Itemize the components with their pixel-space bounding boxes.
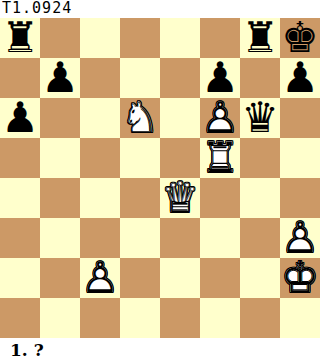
white-pawn[interactable]: ♟♙	[80, 258, 120, 298]
black-pawn-glyph: ♟	[40, 58, 80, 98]
square-c8[interactable]	[80, 18, 120, 58]
chess-board: ♜♜♚♟♟♟♟♞♘♟♙♛♜♖♛♕♟♙♟♙♚♔	[0, 18, 320, 338]
square-f1[interactable]	[200, 298, 240, 338]
square-c5[interactable]	[80, 138, 120, 178]
square-e2[interactable]	[160, 258, 200, 298]
black-king-glyph: ♚	[280, 18, 320, 58]
white-queen-outline: ♕	[160, 178, 200, 218]
black-pawn[interactable]: ♟	[40, 58, 80, 98]
square-a3[interactable]	[0, 218, 40, 258]
black-pawn-glyph: ♟	[0, 98, 40, 138]
square-g7[interactable]	[240, 58, 280, 98]
white-pawn-outline: ♙	[80, 258, 120, 298]
white-knight[interactable]: ♞♘	[120, 98, 160, 138]
white-rook-outline: ♖	[200, 138, 240, 178]
black-queen-glyph: ♛	[240, 98, 280, 138]
square-g3[interactable]	[240, 218, 280, 258]
square-f2[interactable]	[200, 258, 240, 298]
square-c4[interactable]	[80, 178, 120, 218]
chess-puzzle-window: T1.0924 ♜♜♚♟♟♟♟♞♘♟♙♛♜♖♛♕♟♙♟♙♚♔ 1. ?	[0, 0, 320, 360]
square-b1[interactable]	[40, 298, 80, 338]
square-d2[interactable]	[120, 258, 160, 298]
square-f4[interactable]	[200, 178, 240, 218]
square-a6[interactable]: ♟	[0, 98, 40, 138]
black-rook-glyph: ♜	[240, 18, 280, 58]
square-f7[interactable]: ♟	[200, 58, 240, 98]
square-f6[interactable]: ♟♙	[200, 98, 240, 138]
black-pawn-glyph: ♟	[280, 58, 320, 98]
square-d4[interactable]	[120, 178, 160, 218]
black-rook[interactable]: ♜	[240, 18, 280, 58]
square-g6[interactable]: ♛	[240, 98, 280, 138]
white-knight-outline: ♘	[120, 98, 160, 138]
square-a7[interactable]	[0, 58, 40, 98]
white-king[interactable]: ♚♔	[280, 258, 320, 298]
black-pawn[interactable]: ♟	[0, 98, 40, 138]
square-c2[interactable]: ♟♙	[80, 258, 120, 298]
square-h6[interactable]	[280, 98, 320, 138]
square-c7[interactable]	[80, 58, 120, 98]
black-queen[interactable]: ♛	[240, 98, 280, 138]
square-c3[interactable]	[80, 218, 120, 258]
white-rook[interactable]: ♜♖	[200, 138, 240, 178]
square-f8[interactable]	[200, 18, 240, 58]
black-king[interactable]: ♚	[280, 18, 320, 58]
square-a1[interactable]	[0, 298, 40, 338]
square-f5[interactable]: ♜♖	[200, 138, 240, 178]
white-king-outline: ♔	[280, 258, 320, 298]
square-h7[interactable]: ♟	[280, 58, 320, 98]
square-c6[interactable]	[80, 98, 120, 138]
black-pawn[interactable]: ♟	[280, 58, 320, 98]
square-b3[interactable]	[40, 218, 80, 258]
square-f3[interactable]	[200, 218, 240, 258]
square-g1[interactable]	[240, 298, 280, 338]
white-queen[interactable]: ♛♕	[160, 178, 200, 218]
square-h8[interactable]: ♚	[280, 18, 320, 58]
square-h2[interactable]: ♚♔	[280, 258, 320, 298]
square-b8[interactable]	[40, 18, 80, 58]
square-h1[interactable]	[280, 298, 320, 338]
square-e8[interactable]	[160, 18, 200, 58]
square-e1[interactable]	[160, 298, 200, 338]
square-e7[interactable]	[160, 58, 200, 98]
square-b2[interactable]	[40, 258, 80, 298]
black-rook[interactable]: ♜	[0, 18, 40, 58]
square-e3[interactable]	[160, 218, 200, 258]
square-b7[interactable]: ♟	[40, 58, 80, 98]
square-d1[interactable]	[120, 298, 160, 338]
square-a4[interactable]	[0, 178, 40, 218]
square-b4[interactable]	[40, 178, 80, 218]
square-e6[interactable]	[160, 98, 200, 138]
square-b6[interactable]	[40, 98, 80, 138]
square-e5[interactable]	[160, 138, 200, 178]
square-d6[interactable]: ♞♘	[120, 98, 160, 138]
square-d5[interactable]	[120, 138, 160, 178]
square-a5[interactable]	[0, 138, 40, 178]
square-g5[interactable]	[240, 138, 280, 178]
square-g2[interactable]	[240, 258, 280, 298]
square-c1[interactable]	[80, 298, 120, 338]
square-e4[interactable]: ♛♕	[160, 178, 200, 218]
black-pawn-glyph: ♟	[200, 58, 240, 98]
square-h5[interactable]	[280, 138, 320, 178]
square-g8[interactable]: ♜	[240, 18, 280, 58]
square-d7[interactable]	[120, 58, 160, 98]
square-b5[interactable]	[40, 138, 80, 178]
square-a2[interactable]	[0, 258, 40, 298]
square-a8[interactable]: ♜	[0, 18, 40, 58]
square-h3[interactable]: ♟♙	[280, 218, 320, 258]
square-h4[interactable]	[280, 178, 320, 218]
move-prompt: 1. ?	[0, 338, 320, 360]
square-d8[interactable]	[120, 18, 160, 58]
white-pawn-outline: ♙	[280, 218, 320, 258]
black-rook-glyph: ♜	[0, 18, 40, 58]
white-pawn-outline: ♙	[200, 98, 240, 138]
square-d3[interactable]	[120, 218, 160, 258]
white-pawn[interactable]: ♟♙	[200, 98, 240, 138]
square-g4[interactable]	[240, 178, 280, 218]
white-pawn[interactable]: ♟♙	[280, 218, 320, 258]
black-pawn[interactable]: ♟	[200, 58, 240, 98]
